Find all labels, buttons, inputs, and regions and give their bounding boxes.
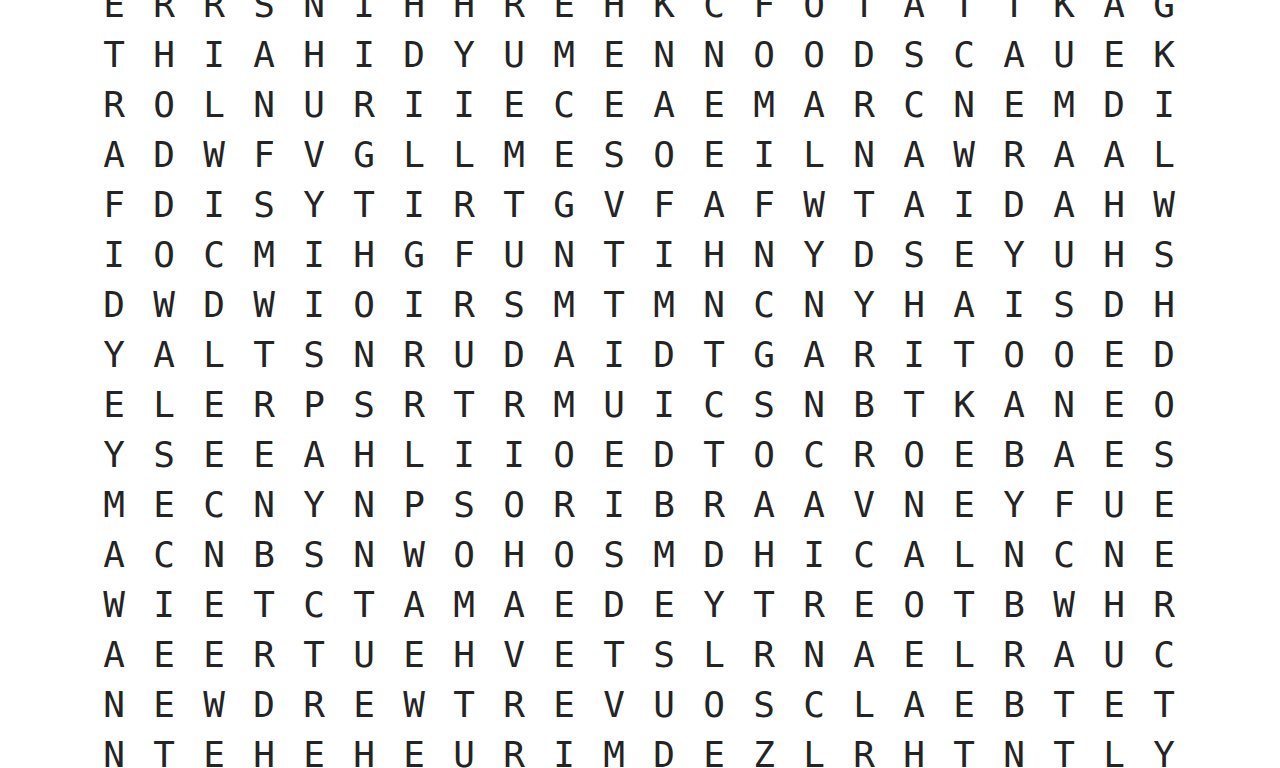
grid-cell[interactable]: N [1039, 380, 1089, 430]
grid-cell[interactable]: H [389, 0, 439, 30]
grid-cell[interactable]: A [1039, 130, 1089, 180]
grid-cell[interactable]: A [839, 630, 889, 680]
grid-cell[interactable]: I [489, 430, 539, 480]
grid-cell[interactable]: K [939, 380, 989, 430]
grid-cell[interactable]: M [489, 130, 539, 180]
grid-cell[interactable]: O [139, 230, 189, 280]
grid-cell[interactable]: M [439, 580, 489, 630]
grid-cell[interactable]: H [589, 0, 639, 30]
grid-cell[interactable]: R [489, 380, 539, 430]
grid-cell[interactable]: E [289, 730, 339, 768]
grid-cell[interactable]: E [189, 430, 239, 480]
grid-cell[interactable]: E [189, 630, 239, 680]
grid-cell[interactable]: T [939, 730, 989, 768]
grid-cell[interactable]: A [989, 380, 1039, 430]
grid-cell[interactable]: N [689, 280, 739, 330]
grid-cell[interactable]: R [489, 730, 539, 768]
grid-cell[interactable]: C [139, 530, 189, 580]
grid-cell[interactable]: V [839, 480, 889, 530]
grid-cell[interactable]: B [639, 480, 689, 530]
grid-cell[interactable]: R [789, 580, 839, 630]
grid-cell[interactable]: Y [289, 480, 339, 530]
grid-cell[interactable]: Y [689, 580, 739, 630]
grid-cell[interactable]: M [539, 30, 589, 80]
grid-cell[interactable]: N [539, 230, 589, 280]
grid-cell[interactable]: R [739, 630, 789, 680]
grid-cell[interactable]: E [189, 580, 239, 630]
grid-cell[interactable]: T [339, 180, 389, 230]
grid-cell[interactable]: A [239, 30, 289, 80]
grid-cell[interactable]: S [339, 380, 389, 430]
grid-cell[interactable]: N [789, 280, 839, 330]
grid-cell[interactable]: B [989, 430, 1039, 480]
grid-cell[interactable]: C [189, 480, 239, 530]
grid-cell[interactable]: E [89, 0, 139, 30]
grid-cell[interactable]: E [1089, 430, 1139, 480]
grid-cell[interactable]: S [589, 130, 639, 180]
grid-cell[interactable]: A [639, 80, 689, 130]
grid-cell[interactable]: A [789, 330, 839, 380]
grid-cell[interactable]: F [639, 180, 689, 230]
grid-cell[interactable]: I [389, 280, 439, 330]
grid-cell[interactable]: V [289, 130, 339, 180]
grid-cell[interactable]: A [1089, 130, 1139, 180]
grid-cell[interactable]: A [489, 580, 539, 630]
grid-cell[interactable]: S [239, 0, 289, 30]
grid-cell[interactable]: G [389, 230, 439, 280]
grid-cell[interactable]: A [289, 430, 339, 480]
grid-cell[interactable]: U [1039, 30, 1089, 80]
grid-cell[interactable]: M [1039, 80, 1089, 130]
grid-cell[interactable]: R [239, 380, 289, 430]
grid-cell[interactable]: I [989, 280, 1039, 330]
grid-cell[interactable]: W [389, 530, 439, 580]
grid-cell[interactable]: T [589, 230, 639, 280]
grid-cell[interactable]: N [339, 330, 389, 380]
grid-cell[interactable]: K [1039, 0, 1089, 30]
grid-cell[interactable]: A [889, 530, 939, 580]
grid-cell[interactable]: L [189, 80, 239, 130]
grid-cell[interactable]: O [689, 680, 739, 730]
grid-cell[interactable]: F [439, 230, 489, 280]
grid-cell[interactable]: R [689, 480, 739, 530]
grid-cell[interactable]: R [839, 80, 889, 130]
grid-cell[interactable]: E [1089, 680, 1139, 730]
grid-cell[interactable]: C [789, 680, 839, 730]
grid-cell[interactable]: E [689, 130, 739, 180]
grid-cell[interactable]: U [439, 730, 489, 768]
grid-cell[interactable]: I [339, 30, 389, 80]
grid-cell[interactable]: T [1039, 730, 1089, 768]
grid-cell[interactable]: Y [989, 230, 1039, 280]
grid-cell[interactable]: Y [839, 280, 889, 330]
grid-cell[interactable]: G [1139, 0, 1189, 30]
grid-cell[interactable]: T [289, 630, 339, 680]
grid-cell[interactable]: T [139, 730, 189, 768]
grid-cell[interactable]: L [939, 530, 989, 580]
grid-cell[interactable]: I [589, 480, 639, 530]
grid-cell[interactable]: A [89, 630, 139, 680]
grid-cell[interactable]: O [889, 430, 939, 480]
grid-cell[interactable]: N [689, 30, 739, 80]
grid-cell[interactable]: S [489, 280, 539, 330]
grid-cell[interactable]: H [439, 0, 489, 30]
grid-cell[interactable]: R [839, 730, 889, 768]
grid-cell[interactable]: E [989, 80, 1039, 130]
grid-cell[interactable]: D [589, 580, 639, 630]
grid-cell[interactable]: A [939, 280, 989, 330]
grid-cell[interactable]: E [589, 430, 639, 480]
grid-cell[interactable]: H [439, 630, 489, 680]
grid-cell[interactable]: O [789, 0, 839, 30]
grid-cell[interactable]: D [1089, 280, 1139, 330]
grid-cell[interactable]: M [589, 730, 639, 768]
grid-cell[interactable]: F [739, 180, 789, 230]
grid-cell[interactable]: L [1139, 130, 1189, 180]
grid-cell[interactable]: T [239, 580, 289, 630]
grid-cell[interactable]: U [1089, 480, 1139, 530]
grid-cell[interactable]: E [539, 580, 589, 630]
grid-cell[interactable]: N [739, 230, 789, 280]
grid-cell[interactable]: A [889, 680, 939, 730]
grid-cell[interactable]: L [789, 130, 839, 180]
grid-cell[interactable]: W [139, 280, 189, 330]
grid-cell[interactable]: M [89, 480, 139, 530]
grid-cell[interactable]: T [939, 580, 989, 630]
grid-cell[interactable]: L [839, 680, 889, 730]
grid-cell[interactable]: D [189, 280, 239, 330]
grid-cell[interactable]: S [639, 630, 689, 680]
grid-cell[interactable]: H [1089, 230, 1139, 280]
grid-cell[interactable]: I [389, 80, 439, 130]
grid-cell[interactable]: M [639, 530, 689, 580]
grid-cell[interactable]: I [189, 180, 239, 230]
grid-cell[interactable]: D [639, 730, 689, 768]
grid-cell[interactable]: O [439, 530, 489, 580]
grid-cell[interactable]: H [239, 730, 289, 768]
grid-cell[interactable]: I [289, 230, 339, 280]
grid-cell[interactable]: T [339, 580, 389, 630]
grid-cell[interactable]: S [739, 380, 789, 430]
grid-cell[interactable]: E [489, 80, 539, 130]
grid-cell[interactable]: I [339, 0, 389, 30]
grid-cell[interactable]: I [439, 430, 489, 480]
grid-cell[interactable]: C [689, 380, 739, 430]
grid-cell[interactable]: E [389, 730, 439, 768]
grid-cell[interactable]: T [939, 330, 989, 380]
grid-cell[interactable]: S [139, 430, 189, 480]
grid-cell[interactable]: I [1139, 80, 1189, 130]
grid-cell[interactable]: N [1089, 530, 1139, 580]
grid-cell[interactable]: O [739, 30, 789, 80]
grid-cell[interactable]: E [689, 730, 739, 768]
grid-cell[interactable]: S [239, 180, 289, 230]
grid-cell[interactable]: E [539, 680, 589, 730]
grid-cell[interactable]: R [989, 130, 1039, 180]
grid-cell[interactable]: B [989, 580, 1039, 630]
grid-cell[interactable]: O [1139, 380, 1189, 430]
grid-cell[interactable]: E [189, 730, 239, 768]
grid-cell[interactable]: R [139, 0, 189, 30]
grid-cell[interactable]: H [1089, 180, 1139, 230]
grid-cell[interactable]: V [489, 630, 539, 680]
grid-cell[interactable]: A [1039, 430, 1089, 480]
grid-cell[interactable]: O [539, 430, 589, 480]
grid-cell[interactable]: S [889, 30, 939, 80]
grid-cell[interactable]: F [239, 130, 289, 180]
grid-cell[interactable]: U [489, 230, 539, 280]
grid-cell[interactable]: I [439, 80, 489, 130]
grid-cell[interactable]: Y [89, 430, 139, 480]
grid-cell[interactable]: D [489, 330, 539, 380]
grid-cell[interactable]: Y [789, 230, 839, 280]
grid-cell[interactable]: C [539, 80, 589, 130]
grid-cell[interactable]: N [239, 480, 289, 530]
grid-cell[interactable]: A [889, 180, 939, 230]
grid-cell[interactable]: I [739, 130, 789, 180]
grid-cell[interactable]: C [839, 530, 889, 580]
grid-cell[interactable]: F [1039, 480, 1089, 530]
grid-cell[interactable]: R [389, 380, 439, 430]
grid-cell[interactable]: O [789, 30, 839, 80]
grid-cell[interactable]: H [889, 280, 939, 330]
grid-cell[interactable]: E [1139, 530, 1189, 580]
grid-cell[interactable]: R [489, 0, 539, 30]
grid-cell[interactable]: K [639, 0, 689, 30]
grid-cell[interactable]: S [1039, 280, 1089, 330]
grid-cell[interactable]: F [739, 0, 789, 30]
grid-cell[interactable]: T [839, 180, 889, 230]
grid-cell[interactable]: E [139, 630, 189, 680]
grid-cell[interactable]: I [189, 30, 239, 80]
grid-cell[interactable]: T [1139, 680, 1189, 730]
grid-cell[interactable]: R [989, 630, 1039, 680]
grid-cell[interactable]: E [839, 580, 889, 630]
grid-cell[interactable]: N [89, 730, 139, 768]
grid-cell[interactable]: D [989, 180, 1039, 230]
grid-cell[interactable]: T [439, 680, 489, 730]
grid-cell[interactable]: H [739, 530, 789, 580]
grid-cell[interactable]: I [639, 380, 689, 430]
grid-cell[interactable]: N [789, 380, 839, 430]
grid-cell[interactable]: A [1039, 180, 1089, 230]
grid-cell[interactable]: C [939, 30, 989, 80]
grid-cell[interactable]: O [639, 130, 689, 180]
grid-cell[interactable]: R [439, 180, 489, 230]
grid-cell[interactable]: E [1089, 330, 1139, 380]
grid-cell[interactable]: T [439, 380, 489, 430]
grid-cell[interactable]: P [389, 480, 439, 530]
grid-cell[interactable]: F [89, 180, 139, 230]
grid-cell[interactable]: H [339, 230, 389, 280]
grid-cell[interactable]: A [789, 480, 839, 530]
grid-cell[interactable]: H [1139, 280, 1189, 330]
grid-cell[interactable]: K [1139, 30, 1189, 80]
grid-cell[interactable]: O [1039, 330, 1089, 380]
grid-cell[interactable]: T [739, 580, 789, 630]
grid-cell[interactable]: E [939, 680, 989, 730]
grid-cell[interactable]: R [1139, 580, 1189, 630]
grid-cell[interactable]: Y [1139, 730, 1189, 768]
grid-cell[interactable]: U [1039, 230, 1089, 280]
grid-cell[interactable]: A [139, 330, 189, 380]
grid-cell[interactable]: N [339, 480, 389, 530]
grid-cell[interactable]: O [739, 430, 789, 480]
grid-cell[interactable]: E [1089, 380, 1139, 430]
grid-cell[interactable]: N [789, 630, 839, 680]
grid-cell[interactable]: R [439, 280, 489, 330]
grid-cell[interactable]: D [839, 230, 889, 280]
grid-cell[interactable]: W [939, 130, 989, 180]
grid-cell[interactable]: L [439, 130, 489, 180]
grid-cell[interactable]: Y [989, 480, 1039, 530]
grid-cell[interactable]: E [939, 430, 989, 480]
grid-cell[interactable]: U [589, 380, 639, 430]
grid-cell[interactable]: E [89, 380, 139, 430]
grid-cell[interactable]: D [639, 430, 689, 480]
grid-cell[interactable]: S [1139, 230, 1189, 280]
grid-cell[interactable]: S [889, 230, 939, 280]
grid-cell[interactable]: R [839, 330, 889, 380]
grid-cell[interactable]: H [489, 530, 539, 580]
grid-cell[interactable]: R [389, 330, 439, 380]
grid-cell[interactable]: T [939, 0, 989, 30]
grid-cell[interactable]: M [239, 230, 289, 280]
grid-cell[interactable]: D [89, 280, 139, 330]
grid-cell[interactable]: D [139, 130, 189, 180]
grid-cell[interactable]: W [1039, 580, 1089, 630]
grid-cell[interactable]: E [539, 630, 589, 680]
grid-cell[interactable]: A [1089, 0, 1139, 30]
grid-cell[interactable]: L [789, 730, 839, 768]
grid-cell[interactable]: C [889, 80, 939, 130]
grid-cell[interactable]: E [139, 680, 189, 730]
grid-cell[interactable]: E [639, 580, 689, 630]
grid-cell[interactable]: B [839, 380, 889, 430]
grid-cell[interactable]: E [139, 480, 189, 530]
grid-cell[interactable]: C [789, 430, 839, 480]
grid-cell[interactable]: N [989, 730, 1039, 768]
grid-cell[interactable]: I [139, 580, 189, 630]
grid-cell[interactable]: D [139, 180, 189, 230]
grid-cell[interactable]: U [1089, 630, 1139, 680]
grid-cell[interactable]: C [689, 0, 739, 30]
grid-cell[interactable]: N [639, 30, 689, 80]
grid-cell[interactable]: T [989, 0, 1039, 30]
grid-cell[interactable]: M [639, 280, 689, 330]
grid-cell[interactable]: T [839, 0, 889, 30]
grid-cell[interactable]: U [289, 80, 339, 130]
grid-cell[interactable]: H [339, 730, 389, 768]
grid-cell[interactable]: U [489, 30, 539, 80]
grid-cell[interactable]: I [889, 330, 939, 380]
grid-cell[interactable]: M [739, 80, 789, 130]
grid-cell[interactable]: L [939, 630, 989, 680]
grid-cell[interactable]: C [189, 230, 239, 280]
grid-cell[interactable]: O [489, 480, 539, 530]
grid-cell[interactable]: E [589, 30, 639, 80]
grid-cell[interactable]: T [689, 330, 739, 380]
grid-cell[interactable]: G [739, 330, 789, 380]
grid-cell[interactable]: H [689, 230, 739, 280]
grid-cell[interactable]: I [639, 230, 689, 280]
grid-cell[interactable]: S [739, 680, 789, 730]
grid-cell[interactable]: E [539, 130, 589, 180]
grid-cell[interactable]: V [589, 680, 639, 730]
grid-cell[interactable]: R [189, 0, 239, 30]
grid-cell[interactable]: E [889, 630, 939, 680]
grid-cell[interactable]: D [689, 530, 739, 580]
grid-cell[interactable]: W [189, 680, 239, 730]
grid-cell[interactable]: R [289, 680, 339, 730]
grid-cell[interactable]: R [539, 480, 589, 530]
grid-cell[interactable]: D [389, 30, 439, 80]
grid-cell[interactable]: A [689, 180, 739, 230]
grid-cell[interactable]: A [989, 30, 1039, 80]
grid-cell[interactable]: E [389, 630, 439, 680]
grid-cell[interactable]: W [1139, 180, 1189, 230]
grid-cell[interactable]: N [939, 80, 989, 130]
grid-cell[interactable]: N [239, 80, 289, 130]
grid-cell[interactable]: S [1139, 430, 1189, 480]
grid-cell[interactable]: H [1089, 580, 1139, 630]
grid-cell[interactable]: H [139, 30, 189, 80]
grid-cell[interactable]: A [1039, 630, 1089, 680]
grid-cell[interactable]: N [89, 680, 139, 730]
grid-cell[interactable]: B [989, 680, 1039, 730]
grid-cell[interactable]: O [889, 580, 939, 630]
grid-cell[interactable]: G [339, 130, 389, 180]
grid-cell[interactable]: I [89, 230, 139, 280]
grid-cell[interactable]: L [189, 330, 239, 380]
grid-cell[interactable]: L [139, 380, 189, 430]
grid-cell[interactable]: L [689, 630, 739, 680]
grid-cell[interactable]: Z [739, 730, 789, 768]
grid-cell[interactable]: R [89, 80, 139, 130]
grid-cell[interactable]: R [239, 630, 289, 680]
grid-cell[interactable]: C [1039, 530, 1089, 580]
grid-cell[interactable]: U [639, 680, 689, 730]
grid-cell[interactable]: G [539, 180, 589, 230]
grid-cell[interactable]: S [289, 530, 339, 580]
grid-cell[interactable]: S [289, 330, 339, 380]
grid-cell[interactable]: L [1089, 730, 1139, 768]
grid-cell[interactable]: E [189, 380, 239, 430]
grid-cell[interactable]: A [89, 130, 139, 180]
grid-cell[interactable]: A [739, 480, 789, 530]
grid-cell[interactable]: O [339, 280, 389, 330]
grid-cell[interactable]: S [439, 480, 489, 530]
grid-cell[interactable]: D [1139, 330, 1189, 380]
grid-cell[interactable]: A [789, 80, 839, 130]
grid-cell[interactable]: S [589, 530, 639, 580]
grid-cell[interactable]: W [389, 680, 439, 730]
grid-cell[interactable]: A [889, 130, 939, 180]
grid-cell[interactable]: E [339, 680, 389, 730]
grid-cell[interactable]: U [439, 330, 489, 380]
grid-cell[interactable]: E [939, 480, 989, 530]
grid-cell[interactable]: E [589, 80, 639, 130]
grid-cell[interactable]: I [539, 730, 589, 768]
grid-cell[interactable]: D [239, 680, 289, 730]
grid-cell[interactable]: B [239, 530, 289, 580]
grid-cell[interactable]: T [1039, 680, 1089, 730]
grid-cell[interactable]: E [539, 0, 589, 30]
grid-cell[interactable]: T [589, 630, 639, 680]
grid-cell[interactable]: E [939, 230, 989, 280]
grid-cell[interactable]: H [289, 30, 339, 80]
grid-cell[interactable]: D [639, 330, 689, 380]
